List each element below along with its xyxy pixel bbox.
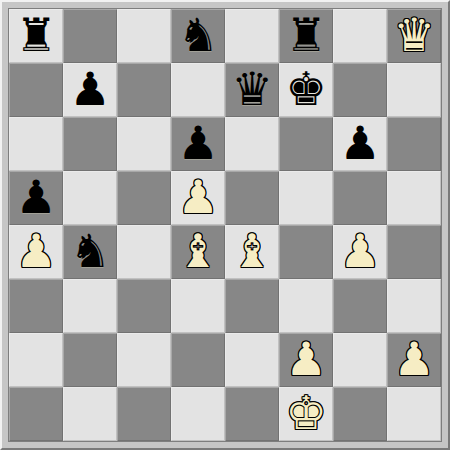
piece-black-pawn[interactable]: ♟	[177, 116, 218, 170]
piece-black-pawn[interactable]: ♟	[15, 170, 56, 224]
square-e3[interactable]	[225, 279, 279, 333]
square-c5[interactable]	[117, 171, 171, 225]
square-g1[interactable]	[333, 387, 387, 441]
square-g6[interactable]: ♟	[333, 117, 387, 171]
square-f8[interactable]: ♜	[279, 9, 333, 63]
piece-white-pawn[interactable]: ♟	[177, 170, 218, 224]
square-a1[interactable]	[9, 387, 63, 441]
square-c2[interactable]	[117, 333, 171, 387]
square-e2[interactable]	[225, 333, 279, 387]
square-d7[interactable]	[171, 63, 225, 117]
piece-black-rook[interactable]: ♜	[15, 8, 56, 62]
piece-white-pawn[interactable]: ♟	[15, 224, 56, 278]
square-e8[interactable]	[225, 9, 279, 63]
square-c1[interactable]	[117, 387, 171, 441]
piece-white-pawn[interactable]: ♟	[393, 332, 434, 386]
square-d4[interactable]: ♝	[171, 225, 225, 279]
square-e4[interactable]: ♝	[225, 225, 279, 279]
piece-white-king[interactable]: ♚	[285, 386, 326, 440]
piece-white-pawn[interactable]: ♟	[339, 224, 380, 278]
piece-black-pawn[interactable]: ♟	[69, 62, 110, 116]
square-c3[interactable]	[117, 279, 171, 333]
piece-white-queen[interactable]: ♛	[393, 8, 434, 62]
square-b1[interactable]	[63, 387, 117, 441]
square-h7[interactable]	[387, 63, 441, 117]
square-h1[interactable]	[387, 387, 441, 441]
piece-black-king[interactable]: ♚	[285, 62, 326, 116]
piece-black-rook[interactable]: ♜	[285, 8, 326, 62]
square-d6[interactable]: ♟	[171, 117, 225, 171]
piece-white-bishop[interactable]: ♝	[177, 224, 218, 278]
piece-black-knight[interactable]: ♞	[69, 224, 110, 278]
board: ♜♞♜♛♟♛♚♟♟♟♟♟♞♝♝♟♟♟♚	[9, 9, 441, 441]
square-b8[interactable]	[63, 9, 117, 63]
square-g2[interactable]	[333, 333, 387, 387]
board-frame: ♜♞♜♛♟♛♚♟♟♟♟♟♞♝♝♟♟♟♚	[0, 0, 450, 450]
square-a4[interactable]: ♟	[9, 225, 63, 279]
square-b5[interactable]	[63, 171, 117, 225]
square-f6[interactable]	[279, 117, 333, 171]
square-g4[interactable]: ♟	[333, 225, 387, 279]
square-c7[interactable]	[117, 63, 171, 117]
piece-black-pawn[interactable]: ♟	[339, 116, 380, 170]
piece-white-pawn[interactable]: ♟	[285, 332, 326, 386]
square-h6[interactable]	[387, 117, 441, 171]
square-h5[interactable]	[387, 171, 441, 225]
square-e1[interactable]	[225, 387, 279, 441]
square-c4[interactable]	[117, 225, 171, 279]
square-f1[interactable]: ♚	[279, 387, 333, 441]
square-e5[interactable]	[225, 171, 279, 225]
square-c8[interactable]	[117, 9, 171, 63]
square-b2[interactable]	[63, 333, 117, 387]
square-b4[interactable]: ♞	[63, 225, 117, 279]
square-f7[interactable]: ♚	[279, 63, 333, 117]
square-a5[interactable]: ♟	[9, 171, 63, 225]
square-h3[interactable]	[387, 279, 441, 333]
square-b3[interactable]	[63, 279, 117, 333]
square-f4[interactable]	[279, 225, 333, 279]
square-d8[interactable]: ♞	[171, 9, 225, 63]
square-a8[interactable]: ♜	[9, 9, 63, 63]
square-b7[interactable]: ♟	[63, 63, 117, 117]
square-c6[interactable]	[117, 117, 171, 171]
square-g7[interactable]	[333, 63, 387, 117]
square-a6[interactable]	[9, 117, 63, 171]
square-h4[interactable]	[387, 225, 441, 279]
piece-black-queen[interactable]: ♛	[231, 62, 272, 116]
square-d1[interactable]	[171, 387, 225, 441]
square-b6[interactable]	[63, 117, 117, 171]
square-g3[interactable]	[333, 279, 387, 333]
square-f5[interactable]	[279, 171, 333, 225]
square-e7[interactable]: ♛	[225, 63, 279, 117]
square-a3[interactable]	[9, 279, 63, 333]
square-f3[interactable]	[279, 279, 333, 333]
square-g8[interactable]	[333, 9, 387, 63]
square-a2[interactable]	[9, 333, 63, 387]
square-a7[interactable]	[9, 63, 63, 117]
piece-black-knight[interactable]: ♞	[177, 8, 218, 62]
square-g5[interactable]	[333, 171, 387, 225]
square-f2[interactable]: ♟	[279, 333, 333, 387]
square-h2[interactable]: ♟	[387, 333, 441, 387]
square-d5[interactable]: ♟	[171, 171, 225, 225]
square-d2[interactable]	[171, 333, 225, 387]
square-h8[interactable]: ♛	[387, 9, 441, 63]
square-e6[interactable]	[225, 117, 279, 171]
square-d3[interactable]	[171, 279, 225, 333]
piece-white-bishop[interactable]: ♝	[231, 224, 272, 278]
